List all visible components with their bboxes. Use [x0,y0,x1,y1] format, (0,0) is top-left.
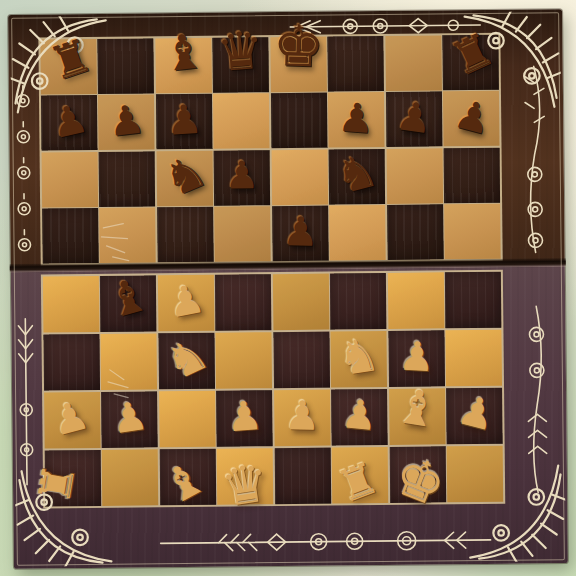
black-pawn-e5[interactable]: ♟ [281,211,318,252]
square-b3[interactable] [100,333,157,390]
square-e6[interactable] [271,149,328,205]
white-queen-d1[interactable]: ♛ [218,456,272,514]
square-d3[interactable] [215,332,272,389]
chess-board: ♜♝♛♚♜♟♟♟♟♟♟♞♟♞♟♝♟♞♞♟♟♟♟♟♟♝♟♜♝♛♜♚ [8,9,568,569]
black-pawn-b7[interactable]: ♟ [106,98,146,142]
square-e7[interactable] [270,93,327,149]
square-a3[interactable] [43,333,100,390]
photo-background: { "game": "chess", "scene": "Overhead ph… [0,0,576,576]
white-knight-f3[interactable]: ♞ [335,331,383,383]
square-e1[interactable] [274,447,331,504]
square-g8[interactable] [385,35,442,91]
square-b5[interactable] [99,207,156,263]
black-pawn-c7[interactable]: ♟ [165,98,203,140]
square-d4[interactable] [215,274,272,331]
white-pawn-b2[interactable]: ♟ [109,395,150,440]
black-pawn-d6[interactable]: ♟ [225,156,259,194]
square-g6[interactable] [386,148,443,204]
white-rook-a1[interactable]: ♜ [32,461,82,507]
white-bishop-g2[interactable]: ♝ [392,381,442,435]
board-top-squares [38,33,502,265]
square-f5[interactable] [329,205,386,261]
square-h1[interactable] [447,445,504,502]
square-g4[interactable] [387,272,444,329]
black-pawn-f7[interactable]: ♟ [337,96,376,139]
square-a6[interactable] [41,151,98,207]
square-g5[interactable] [387,204,444,260]
square-a5[interactable] [42,208,99,264]
square-b1[interactable] [102,449,159,506]
black-king-e8[interactable]: ♚ [272,17,324,75]
square-c5[interactable] [157,207,214,263]
square-e3[interactable] [273,331,330,388]
white-pawn-g3[interactable]: ♟ [397,335,435,377]
square-h6[interactable] [444,147,501,203]
square-h3[interactable] [445,329,502,386]
square-h4[interactable] [445,271,502,328]
white-pawn-f2[interactable]: ♟ [340,393,379,436]
white-pawn-c4[interactable]: ♟ [164,278,207,324]
white-pawn-d2[interactable]: ♟ [225,395,264,438]
square-f8[interactable] [327,35,384,91]
square-c2[interactable] [159,390,216,447]
square-f4[interactable] [330,272,387,329]
square-e4[interactable] [272,273,329,330]
black-bishop-c8[interactable]: ♝ [159,26,207,79]
square-d5[interactable] [214,206,271,262]
square-b8[interactable] [97,38,154,94]
black-queen-d8[interactable]: ♛ [215,24,266,80]
black-pawn-g7[interactable]: ♟ [393,94,434,139]
square-a4[interactable] [42,275,99,332]
white-pawn-e2[interactable]: ♟ [283,395,320,436]
square-h5[interactable] [444,204,501,260]
square-d7[interactable] [213,93,270,149]
square-b6[interactable] [99,151,156,207]
